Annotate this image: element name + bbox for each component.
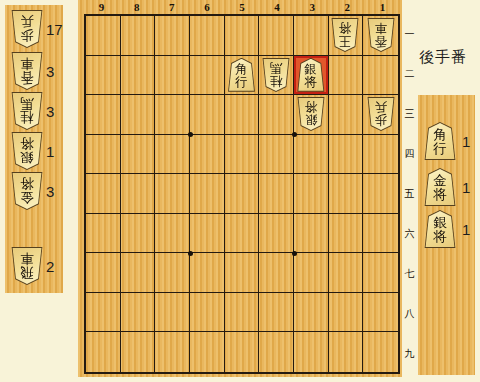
board-square[interactable] <box>86 16 121 56</box>
board-square[interactable] <box>225 95 260 135</box>
star-point <box>188 132 193 137</box>
file-label: 1 <box>365 0 400 14</box>
board-square[interactable] <box>121 332 156 372</box>
piece-face: 銀将 <box>298 98 324 130</box>
board-square[interactable] <box>121 174 156 214</box>
piece-face: 王将 <box>332 19 358 51</box>
board-square[interactable] <box>259 95 294 135</box>
board-square[interactable] <box>294 16 329 56</box>
sente-hand-row: 金将1 <box>418 167 475 207</box>
shogi-piece-silver[interactable]: 銀将 <box>424 210 456 248</box>
file-label: 7 <box>154 0 189 14</box>
sente-hand-row: 角行1 <box>418 121 475 161</box>
file-label: 6 <box>189 0 224 14</box>
board-square[interactable] <box>155 135 190 175</box>
shogi-piece-lance[interactable]: 香車 <box>11 52 43 90</box>
hand-piece-count: 3 <box>46 183 54 200</box>
gote-hand-row: 金将3 <box>5 171 63 211</box>
board-square[interactable] <box>294 214 329 254</box>
star-point <box>188 251 193 256</box>
board-square[interactable] <box>190 16 225 56</box>
file-label: 8 <box>119 0 154 14</box>
board-square[interactable] <box>259 293 294 333</box>
board-square[interactable] <box>363 332 398 372</box>
piece-face: 香車 <box>12 53 42 89</box>
file-label: 3 <box>295 0 330 14</box>
file-label: 2 <box>330 0 365 14</box>
board-square[interactable] <box>329 214 364 254</box>
board-square[interactable] <box>86 56 121 96</box>
board-square[interactable] <box>155 16 190 56</box>
hand-piece-count: 1 <box>462 179 470 196</box>
board-grid: 王将香車角行桂馬銀将銀将歩兵 <box>84 14 400 374</box>
rank-label: 一 <box>403 14 416 54</box>
board-square[interactable] <box>121 56 156 96</box>
board-square[interactable] <box>121 214 156 254</box>
shogi-piece-gold[interactable]: 金将 <box>11 172 43 210</box>
rank-label: 四 <box>403 134 416 174</box>
board-square[interactable] <box>155 332 190 372</box>
board-square[interactable] <box>363 135 398 175</box>
star-point <box>292 132 297 137</box>
board-square[interactable]: 香車 <box>363 16 398 56</box>
piece-face: 飛車 <box>12 248 42 284</box>
shogi-piece-knight[interactable]: 桂馬 <box>262 58 290 92</box>
board-square[interactable] <box>225 253 260 293</box>
board-square[interactable]: 銀将 <box>294 56 329 96</box>
board-square[interactable] <box>363 253 398 293</box>
hand-piece-count: 1 <box>462 221 470 238</box>
sente-hand-stand: 角行1金将1銀将1 <box>418 95 475 375</box>
piece-face: 角行 <box>425 123 455 159</box>
rank-label: 九 <box>403 334 416 374</box>
piece-face: 角行 <box>228 59 254 91</box>
shogi-piece-silver[interactable]: 銀将 <box>11 132 43 170</box>
file-label: 9 <box>84 0 119 14</box>
board-square[interactable] <box>190 253 225 293</box>
board-square[interactable] <box>363 214 398 254</box>
board-square[interactable] <box>329 332 364 372</box>
board-square[interactable] <box>190 174 225 214</box>
board-square[interactable] <box>225 214 260 254</box>
shogi-piece-knight[interactable]: 桂馬 <box>11 92 43 130</box>
board-square[interactable] <box>86 174 121 214</box>
board-square[interactable] <box>363 174 398 214</box>
board-square[interactable] <box>294 135 329 175</box>
hand-piece-count: 1 <box>462 133 470 150</box>
board-square[interactable] <box>294 174 329 214</box>
board-square[interactable] <box>121 253 156 293</box>
board-square[interactable] <box>86 293 121 333</box>
board-square[interactable] <box>190 56 225 96</box>
gote-hand-stand: 歩兵17香車3桂馬3銀将1金将3飛車2 <box>5 5 63 293</box>
board-square[interactable] <box>155 293 190 333</box>
board-square[interactable] <box>259 174 294 214</box>
piece-face: 金将 <box>12 173 42 209</box>
shogi-board: 987654321 王将香車角行桂馬銀将銀将歩兵 <box>78 0 402 377</box>
board-square[interactable] <box>86 135 121 175</box>
shogi-piece-gold[interactable]: 金将 <box>424 168 456 206</box>
board-square[interactable]: 桂馬 <box>259 56 294 96</box>
board-square[interactable] <box>86 95 121 135</box>
board-square[interactable]: 銀将 <box>294 95 329 135</box>
board-square[interactable] <box>121 95 156 135</box>
piece-face: 歩兵 <box>12 11 42 47</box>
board-square[interactable] <box>86 253 121 293</box>
board-square[interactable] <box>155 95 190 135</box>
hand-piece-count: 2 <box>46 258 54 275</box>
piece-face: 歩兵 <box>368 98 394 130</box>
board-square[interactable] <box>294 293 329 333</box>
hand-piece-count: 3 <box>46 103 54 120</box>
star-point <box>292 251 297 256</box>
hand-piece-count: 1 <box>46 143 54 160</box>
board-square[interactable] <box>86 214 121 254</box>
rank-label: 六 <box>403 214 416 254</box>
piece-face: 金将 <box>425 169 455 205</box>
board-square[interactable] <box>155 253 190 293</box>
board-square[interactable] <box>190 95 225 135</box>
board-square[interactable] <box>225 332 260 372</box>
shogi-piece-bishop[interactable]: 角行 <box>227 58 255 92</box>
board-square[interactable] <box>329 253 364 293</box>
board-square[interactable] <box>225 174 260 214</box>
board-square[interactable] <box>363 293 398 333</box>
board-square[interactable] <box>294 253 329 293</box>
piece-face: 桂馬 <box>12 93 42 129</box>
gote-hand-row: 香車3 <box>5 51 63 91</box>
piece-face: 銀将 <box>298 59 324 91</box>
board-square[interactable] <box>225 135 260 175</box>
rank-label: 七 <box>403 254 416 294</box>
board-square[interactable] <box>225 16 260 56</box>
board-square[interactable] <box>329 56 364 96</box>
board-square[interactable] <box>329 135 364 175</box>
board-square[interactable] <box>155 56 190 96</box>
board-square[interactable] <box>155 214 190 254</box>
shogi-piece-rook[interactable]: 飛車 <box>11 247 43 285</box>
board-square[interactable] <box>259 16 294 56</box>
board-square[interactable] <box>190 135 225 175</box>
turn-indicator: 後手番 <box>419 48 467 67</box>
piece-face: 香車 <box>368 19 394 51</box>
board-square[interactable]: 歩兵 <box>363 95 398 135</box>
gote-hand-row: 歩兵17 <box>5 9 63 49</box>
board-square[interactable] <box>363 56 398 96</box>
piece-face: 銀将 <box>12 133 42 169</box>
board-square[interactable]: 角行 <box>225 56 260 96</box>
file-label: 4 <box>260 0 295 14</box>
sente-hand-row: 銀将1 <box>418 209 475 249</box>
board-square[interactable] <box>259 214 294 254</box>
board-square[interactable] <box>259 253 294 293</box>
shogi-piece-silver[interactable]: 銀将 <box>297 97 325 131</box>
rank-label: 二 <box>403 54 416 94</box>
board-square[interactable] <box>190 214 225 254</box>
hand-piece-count: 3 <box>46 63 54 80</box>
piece-face: 銀将 <box>425 211 455 247</box>
shogi-piece-bishop[interactable]: 角行 <box>424 122 456 160</box>
shogi-piece-pawn[interactable]: 歩兵 <box>367 97 395 131</box>
board-square[interactable] <box>190 293 225 333</box>
shogi-piece-king[interactable]: 王将 <box>331 18 359 52</box>
board-square[interactable] <box>121 135 156 175</box>
shogi-piece-lance[interactable]: 香車 <box>367 18 395 52</box>
rank-label: 三 <box>403 94 416 134</box>
rank-labels: 一二三四五六七八九 <box>403 14 416 374</box>
board-square[interactable] <box>121 293 156 333</box>
board-square[interactable] <box>294 332 329 372</box>
rank-label: 五 <box>403 174 416 214</box>
file-label: 5 <box>224 0 259 14</box>
board-square[interactable] <box>329 293 364 333</box>
board-square[interactable] <box>259 135 294 175</box>
piece-face: 桂馬 <box>263 59 289 91</box>
board-square[interactable] <box>155 174 190 214</box>
gote-hand-row: 銀将1 <box>5 131 63 171</box>
board-square[interactable] <box>259 332 294 372</box>
shogi-piece-pawn[interactable]: 歩兵 <box>11 10 43 48</box>
board-square[interactable] <box>225 293 260 333</box>
board-square[interactable]: 王将 <box>329 16 364 56</box>
board-square[interactable] <box>329 174 364 214</box>
board-square[interactable] <box>86 332 121 372</box>
board-square[interactable] <box>329 95 364 135</box>
gote-hand-row: 桂馬3 <box>5 91 63 131</box>
gote-hand-row: 飛車2 <box>5 246 63 286</box>
rank-label: 八 <box>403 294 416 334</box>
file-labels: 987654321 <box>84 0 400 14</box>
board-square[interactable] <box>190 332 225 372</box>
shogi-piece-silver[interactable]: 銀将 <box>297 58 325 92</box>
board-square[interactable] <box>121 16 156 56</box>
hand-piece-count: 17 <box>46 21 63 38</box>
